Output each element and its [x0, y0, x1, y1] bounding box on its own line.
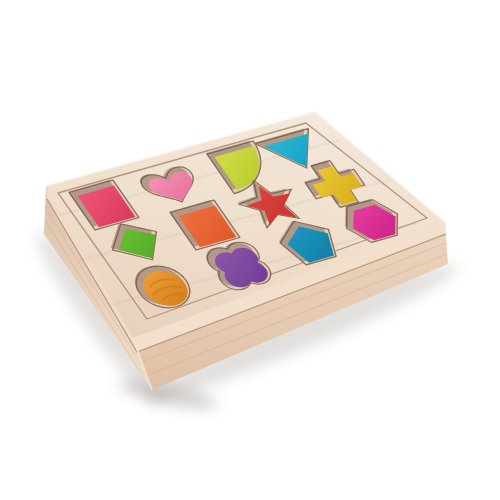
puzzle-box-photo: [0, 0, 500, 500]
product-photo[interactable]: [0, 0, 500, 500]
